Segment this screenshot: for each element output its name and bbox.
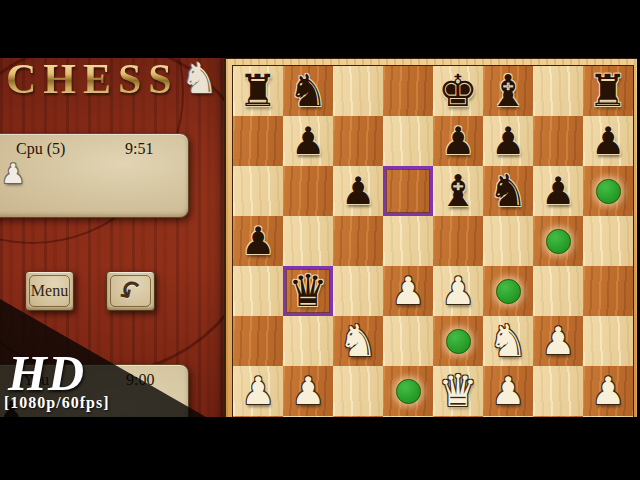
- square-h5[interactable]: [583, 216, 633, 266]
- square-a2[interactable]: ♟: [233, 366, 283, 416]
- square-h3[interactable]: [583, 316, 633, 366]
- square-h2[interactable]: ♟: [583, 366, 633, 416]
- black-pawn-h7[interactable]: ♟: [591, 116, 625, 166]
- black-pawn-f7[interactable]: ♟: [491, 116, 525, 166]
- square-f3[interactable]: ♞: [483, 316, 533, 366]
- black-pawn-c6[interactable]: ♟: [341, 166, 375, 216]
- menu-button-label: Menu: [31, 282, 68, 300]
- square-e3[interactable]: [433, 316, 483, 366]
- legal-move-dot-f4: [496, 279, 521, 304]
- square-f7[interactable]: ♟: [483, 116, 533, 166]
- black-knight-f6[interactable]: ♞: [488, 166, 527, 216]
- black-pawn-a5[interactable]: ♟: [241, 216, 275, 266]
- square-c5[interactable]: [333, 216, 383, 266]
- square-g6[interactable]: ♟: [533, 166, 583, 216]
- letterbox-bottom: [0, 417, 640, 480]
- undo-button[interactable]: ↶: [106, 271, 155, 311]
- square-f5[interactable]: [483, 216, 533, 266]
- black-pawn-b7[interactable]: ♟: [291, 116, 325, 166]
- square-h8[interactable]: ♜: [583, 66, 633, 116]
- legal-move-dot-h6: [596, 179, 621, 204]
- black-knight-b8[interactable]: ♞: [288, 66, 327, 116]
- square-h7[interactable]: ♟: [583, 116, 633, 166]
- white-pawn-g3[interactable]: ♟: [541, 316, 575, 366]
- cpu-player-panel: Cpu (5) 9:51: [0, 133, 189, 218]
- square-b8[interactable]: ♞: [283, 66, 333, 116]
- square-g2[interactable]: [533, 366, 583, 416]
- square-d8[interactable]: [383, 66, 433, 116]
- black-rook-a8[interactable]: ♜: [238, 66, 277, 116]
- square-e6[interactable]: ♝: [433, 166, 483, 216]
- letterbox-top: [0, 0, 640, 58]
- square-f6[interactable]: ♞: [483, 166, 533, 216]
- square-b2[interactable]: ♟: [283, 366, 333, 416]
- black-pawn-e7[interactable]: ♟: [441, 116, 475, 166]
- black-king-e8[interactable]: ♚: [438, 66, 477, 116]
- square-a6[interactable]: [233, 166, 283, 216]
- square-c3[interactable]: ♞: [333, 316, 383, 366]
- square-c6[interactable]: ♟: [333, 166, 383, 216]
- knight-logo-icon: ♞: [181, 58, 219, 100]
- square-c2[interactable]: [333, 366, 383, 416]
- legal-move-dot-d2: [396, 379, 421, 404]
- square-a4[interactable]: [233, 266, 283, 316]
- cpu-player-name: Cpu (5): [16, 140, 65, 158]
- black-rook-h8[interactable]: ♜: [588, 66, 627, 116]
- white-pawn-d4[interactable]: ♟: [391, 266, 425, 316]
- square-f8[interactable]: ♝: [483, 66, 533, 116]
- app-title: CHESS: [6, 58, 179, 100]
- black-bishop-f8[interactable]: ♝: [488, 66, 527, 116]
- square-b3[interactable]: [283, 316, 333, 366]
- square-a5[interactable]: ♟: [233, 216, 283, 266]
- square-g5[interactable]: [533, 216, 583, 266]
- square-g7[interactable]: [533, 116, 583, 166]
- white-pawn-f2[interactable]: ♟: [491, 366, 525, 416]
- legal-move-dot-g5: [546, 229, 571, 254]
- app-screen: CHESS ♞ Cpu (5) 9:51 ♟ Menu ↶ You 9:00 ♟…: [0, 0, 640, 480]
- undo-arrow-icon: ↶: [113, 272, 149, 310]
- cpu-player-clock: 9:51: [125, 140, 153, 158]
- legal-move-dot-e3: [446, 329, 471, 354]
- square-c4[interactable]: [333, 266, 383, 316]
- square-f2[interactable]: ♟: [483, 366, 533, 416]
- square-g8[interactable]: [533, 66, 583, 116]
- white-pawn-a2[interactable]: ♟: [241, 366, 275, 416]
- white-pawn-b2[interactable]: ♟: [291, 366, 325, 416]
- square-c8[interactable]: [333, 66, 383, 116]
- square-a8[interactable]: ♜: [233, 66, 283, 116]
- white-pawn-e4[interactable]: ♟: [441, 266, 475, 316]
- square-b5[interactable]: [283, 216, 333, 266]
- square-b4[interactable]: ♛: [283, 266, 333, 316]
- square-f4[interactable]: [483, 266, 533, 316]
- white-knight-f3[interactable]: ♞: [488, 316, 527, 366]
- square-g3[interactable]: ♟: [533, 316, 583, 366]
- app-logo: CHESS ♞: [6, 58, 218, 100]
- square-d3[interactable]: [383, 316, 433, 366]
- square-h4[interactable]: [583, 266, 633, 316]
- square-a7[interactable]: [233, 116, 283, 166]
- square-e4[interactable]: ♟: [433, 266, 483, 316]
- white-knight-c3[interactable]: ♞: [338, 316, 377, 366]
- black-bishop-e6[interactable]: ♝: [438, 166, 477, 216]
- square-b6[interactable]: [283, 166, 333, 216]
- square-b7[interactable]: ♟: [283, 116, 333, 166]
- square-d5[interactable]: [383, 216, 433, 266]
- black-queen-b4[interactable]: ♛: [288, 266, 327, 316]
- menu-button[interactable]: Menu: [25, 271, 74, 311]
- hd-watermark-detail: [1080p/60fps]: [4, 394, 109, 412]
- white-pawn-h2[interactable]: ♟: [591, 366, 625, 416]
- square-e7[interactable]: ♟: [433, 116, 483, 166]
- hd-watermark: HD: [8, 348, 85, 398]
- square-c7[interactable]: [333, 116, 383, 166]
- square-d7[interactable]: [383, 116, 433, 166]
- square-e5[interactable]: [433, 216, 483, 266]
- square-a3[interactable]: [233, 316, 283, 366]
- black-pawn-g6[interactable]: ♟: [541, 166, 575, 216]
- square-d4[interactable]: ♟: [383, 266, 433, 316]
- square-d6[interactable]: [383, 166, 433, 216]
- square-d2[interactable]: [383, 366, 433, 416]
- square-h6[interactable]: [583, 166, 633, 216]
- white-queen-e2[interactable]: ♛: [438, 366, 477, 416]
- square-e2[interactable]: ♛: [433, 366, 483, 416]
- chess-board: ♜♞♚♝♜♟♟♟♟♟♝♞♟♟♛♟♟♞♞♟♟♟♛♟♟: [232, 65, 634, 467]
- square-e8[interactable]: ♚: [433, 66, 483, 116]
- square-g4[interactable]: [533, 266, 583, 316]
- captured-white-pawn-icon: ♟: [1, 158, 25, 189]
